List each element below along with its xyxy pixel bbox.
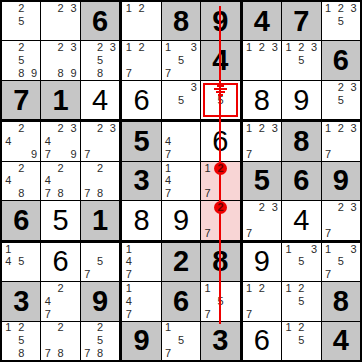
candidate-1: 1 bbox=[165, 322, 171, 333]
candidate-grid: 125 bbox=[282, 282, 320, 320]
candidate-grid: 127 bbox=[122, 41, 160, 79]
candidate-4: 4 bbox=[5, 256, 11, 267]
candidate-7: 7 bbox=[205, 228, 211, 239]
candidate-grid: 147 bbox=[162, 162, 200, 200]
candidate-3: 3 bbox=[351, 82, 357, 93]
given-digit: 9 bbox=[133, 326, 149, 355]
given-digit: 8 bbox=[212, 247, 228, 276]
candidate-4: 4 bbox=[165, 136, 171, 147]
candidate-3: 3 bbox=[351, 3, 357, 14]
candidate-5: 5 bbox=[18, 55, 24, 66]
candidate-7: 7 bbox=[246, 149, 252, 160]
cell-r2c4[interactable]: 127 bbox=[122, 41, 160, 79]
cell-r6c7[interactable]: 237 bbox=[243, 201, 281, 239]
candidate-2: 2 bbox=[58, 42, 64, 53]
candidate-grid: 278 bbox=[41, 322, 79, 360]
candidate-3: 3 bbox=[351, 202, 357, 213]
candidate-grid: 2389 bbox=[41, 41, 79, 79]
given-digit: 7 bbox=[13, 86, 29, 115]
candidate-grid: 248 bbox=[2, 162, 40, 200]
candidate-7: 7 bbox=[325, 149, 331, 160]
candidate-9: 9 bbox=[70, 149, 76, 160]
candidate-3: 3 bbox=[272, 123, 278, 134]
candidate-4: 4 bbox=[126, 256, 132, 267]
candidate-5: 5 bbox=[178, 95, 184, 106]
cell-r7c7[interactable]: 9 bbox=[243, 243, 281, 281]
candidate-1: 1 bbox=[126, 3, 132, 14]
cell-r9c6[interactable]: 3 bbox=[201, 322, 239, 360]
candidate-7: 7 bbox=[165, 348, 171, 359]
candidate-grid: 25 bbox=[2, 2, 40, 40]
candidate-grid: 1357 bbox=[322, 243, 360, 281]
solved-digit: 6 bbox=[212, 127, 228, 156]
candidate-5: 5 bbox=[338, 256, 344, 267]
candidate-grid: 1237 bbox=[322, 122, 360, 160]
candidate-7: 7 bbox=[165, 149, 171, 160]
cell-r4c8[interactable]: 8 bbox=[282, 122, 320, 160]
candidate-grid: 2589 bbox=[2, 41, 40, 79]
cell-r1c1[interactable]: 25 bbox=[2, 2, 40, 40]
cell-r6c5[interactable]: 9 bbox=[162, 201, 200, 239]
candidate-grid: 123 bbox=[243, 41, 281, 79]
candidate-grid: 2578 bbox=[81, 322, 119, 360]
candidate-8: 8 bbox=[58, 348, 64, 359]
cell-r7c4[interactable]: 147 bbox=[122, 243, 160, 281]
candidate-7: 7 bbox=[45, 149, 51, 160]
candidate-3: 3 bbox=[110, 123, 116, 134]
cell-r2c8[interactable]: 1235 bbox=[282, 41, 320, 79]
candidate-grid: 157 bbox=[162, 322, 200, 360]
given-digit: 8 bbox=[333, 287, 349, 316]
cell-r6c9[interactable]: 237 bbox=[322, 201, 360, 239]
cell-r8c1[interactable]: 3 bbox=[2, 282, 40, 320]
candidate-4: 4 bbox=[45, 296, 51, 307]
candidate-2: 2 bbox=[138, 42, 144, 53]
solved-digit: 6 bbox=[133, 86, 149, 115]
given-digit: 9 bbox=[92, 287, 108, 316]
candidate-3: 3 bbox=[70, 3, 76, 14]
candidate-grid: 145 bbox=[2, 243, 40, 281]
candidate-7: 7 bbox=[84, 269, 90, 280]
cell-r5c1[interactable]: 248 bbox=[2, 162, 40, 200]
chain-node-candidate-2: 2 bbox=[214, 201, 227, 214]
candidate-grid: 2478 bbox=[41, 162, 79, 200]
candidate-5: 5 bbox=[298, 55, 304, 66]
candidate-1: 1 bbox=[126, 244, 132, 255]
given-digit: 4 bbox=[212, 46, 228, 75]
given-digit: 1 bbox=[92, 206, 108, 235]
candidate-1: 1 bbox=[165, 42, 171, 53]
candidate-2: 2 bbox=[18, 42, 24, 53]
candidate-grid: 1235 bbox=[322, 2, 360, 40]
candidate-grid: 157 bbox=[201, 282, 239, 320]
candidate-5: 5 bbox=[298, 296, 304, 307]
given-digit: 6 bbox=[333, 46, 349, 75]
candidate-8: 8 bbox=[18, 188, 24, 199]
candidate-2: 2 bbox=[58, 163, 64, 174]
cell-r3c3[interactable]: 4 bbox=[81, 81, 119, 119]
candidate-8: 8 bbox=[97, 348, 103, 359]
candidate-4: 4 bbox=[126, 296, 132, 307]
candidate-1: 1 bbox=[285, 322, 291, 333]
cell-r9c8[interactable]: 125 bbox=[282, 322, 320, 360]
cell-r7c3[interactable]: 57 bbox=[81, 243, 119, 281]
cell-r3c4[interactable]: 6 bbox=[122, 81, 160, 119]
candidate-3: 3 bbox=[272, 202, 278, 213]
cell-r7c2[interactable]: 6 bbox=[41, 243, 79, 281]
candidate-3: 3 bbox=[70, 123, 76, 134]
candidate-grid: 127 bbox=[201, 162, 239, 200]
cell-r4c3[interactable]: 237 bbox=[81, 122, 119, 160]
candidate-5: 5 bbox=[97, 256, 103, 267]
given-digit: 8 bbox=[173, 7, 189, 36]
candidate-grid: 27 bbox=[201, 201, 239, 239]
cell-r4c5[interactable]: 47 bbox=[162, 122, 200, 160]
given-digit: 4 bbox=[254, 7, 270, 36]
candidate-5: 5 bbox=[338, 16, 344, 27]
candidate-2: 2 bbox=[338, 123, 344, 134]
solved-digit: 8 bbox=[254, 86, 270, 115]
candidate-5: 5 bbox=[97, 335, 103, 346]
cell-r9c9[interactable]: 4 bbox=[322, 322, 360, 360]
candidate-3: 3 bbox=[351, 244, 357, 255]
candidate-grid: 235 bbox=[322, 81, 360, 119]
cell-r7c5[interactable]: 2 bbox=[162, 243, 200, 281]
cell-r4c6[interactable]: 6 bbox=[201, 122, 239, 160]
candidate-1: 1 bbox=[126, 283, 132, 294]
cell-r3c2[interactable]: 1 bbox=[41, 81, 79, 119]
candidate-7: 7 bbox=[205, 188, 211, 199]
candidate-grid: 247 bbox=[41, 282, 79, 320]
candidate-8: 8 bbox=[58, 188, 64, 199]
candidate-2: 2 bbox=[58, 123, 64, 134]
cell-r2c6[interactable]: 4 bbox=[201, 41, 239, 79]
candidate-2: 2 bbox=[298, 42, 304, 53]
cell-r7c1[interactable]: 145 bbox=[2, 243, 40, 281]
cell-r9c4[interactable]: 9 bbox=[122, 322, 160, 360]
cell-r4c4[interactable]: 5 bbox=[122, 122, 160, 160]
candidate-2: 2 bbox=[58, 322, 64, 333]
candidate-1: 1 bbox=[285, 283, 291, 294]
given-digit: 8 bbox=[293, 127, 309, 156]
cell-r2c7[interactable]: 123 bbox=[243, 41, 281, 79]
cell-r2c5[interactable]: 1357 bbox=[162, 41, 200, 79]
candidate-1: 1 bbox=[126, 42, 132, 53]
candidate-7: 7 bbox=[84, 149, 90, 160]
candidate-2: 2 bbox=[97, 322, 103, 333]
candidate-4: 4 bbox=[165, 175, 171, 186]
candidate-5: 5 bbox=[18, 335, 24, 346]
cell-r5c3[interactable]: 278 bbox=[81, 162, 119, 200]
candidate-7: 7 bbox=[126, 269, 132, 280]
cell-r6c2[interactable]: 5 bbox=[41, 201, 79, 239]
cell-r1c7[interactable]: 4 bbox=[243, 2, 281, 40]
given-digit: 3 bbox=[212, 326, 228, 355]
cell-r8c3[interactable]: 9 bbox=[81, 282, 119, 320]
candidate-5: 5 bbox=[178, 55, 184, 66]
candidate-5: 5 bbox=[18, 16, 24, 27]
cell-r3c1[interactable]: 7 bbox=[2, 81, 40, 119]
cell-r1c3[interactable]: 6 bbox=[81, 2, 119, 40]
candidate-grid: 1235 bbox=[282, 41, 320, 79]
candidate-7: 7 bbox=[325, 269, 331, 280]
candidate-1: 1 bbox=[325, 3, 331, 14]
given-digit: 3 bbox=[13, 287, 29, 316]
candidate-2: 2 bbox=[58, 283, 64, 294]
cell-r2c9[interactable]: 6 bbox=[322, 41, 360, 79]
candidate-grid: 1258 bbox=[2, 322, 40, 360]
cell-r8c9[interactable]: 8 bbox=[322, 282, 360, 320]
given-digit: 6 bbox=[293, 166, 309, 195]
candidate-grid: 237 bbox=[243, 201, 281, 239]
candidate-1: 1 bbox=[285, 244, 291, 255]
candidate-4: 4 bbox=[45, 136, 51, 147]
candidate-7: 7 bbox=[325, 228, 331, 239]
candidate-2: 2 bbox=[259, 202, 265, 213]
given-digit: 4 bbox=[333, 326, 349, 355]
candidate-grid: 278 bbox=[81, 162, 119, 200]
cell-r6c4[interactable]: 8 bbox=[122, 201, 160, 239]
cell-r7c9[interactable]: 1357 bbox=[322, 243, 360, 281]
candidate-grid: 237 bbox=[81, 122, 119, 160]
candidate-9: 9 bbox=[70, 68, 76, 79]
candidate-1: 1 bbox=[285, 42, 291, 53]
candidate-grid: 249 bbox=[2, 122, 40, 160]
given-digit: 9 bbox=[333, 166, 349, 195]
cell-r5c8[interactable]: 6 bbox=[282, 162, 320, 200]
candidate-1: 1 bbox=[246, 283, 252, 294]
cell-r3c8[interactable]: 9 bbox=[282, 81, 320, 119]
solved-digit: 5 bbox=[53, 206, 69, 235]
given-digit: 1 bbox=[53, 86, 69, 115]
candidate-2: 2 bbox=[338, 3, 344, 14]
candidate-2: 2 bbox=[338, 202, 344, 213]
candidate-7: 7 bbox=[84, 348, 90, 359]
candidate-1: 1 bbox=[325, 123, 331, 134]
candidate-8: 8 bbox=[18, 348, 24, 359]
candidate-5: 5 bbox=[217, 296, 223, 307]
cell-r3c6[interactable]: 5 bbox=[201, 81, 239, 119]
candidate-1: 1 bbox=[246, 123, 252, 134]
candidate-8: 8 bbox=[18, 68, 24, 79]
cell-r9c7[interactable]: 6 bbox=[243, 322, 281, 360]
candidate-7: 7 bbox=[246, 228, 252, 239]
cell-r2c3[interactable]: 2358 bbox=[81, 41, 119, 79]
cell-r4c2[interactable]: 23479 bbox=[41, 122, 79, 160]
candidate-grid: 5 bbox=[201, 81, 239, 119]
cell-r1c4[interactable]: 12 bbox=[122, 2, 160, 40]
cell-r5c5[interactable]: 147 bbox=[162, 162, 200, 200]
cell-r4c7[interactable]: 1237 bbox=[243, 122, 281, 160]
candidate-7: 7 bbox=[84, 188, 90, 199]
candidate-2: 2 bbox=[18, 163, 24, 174]
candidate-4: 4 bbox=[5, 175, 11, 186]
given-digit: 6 bbox=[13, 206, 29, 235]
candidate-3: 3 bbox=[110, 42, 116, 53]
cell-r5c7[interactable]: 5 bbox=[243, 162, 281, 200]
solved-digit: 8 bbox=[133, 206, 149, 235]
candidate-1: 1 bbox=[246, 42, 252, 53]
given-digit: 5 bbox=[133, 127, 149, 156]
cell-r1c9[interactable]: 1235 bbox=[322, 2, 360, 40]
cell-r8c8[interactable]: 125 bbox=[282, 282, 320, 320]
cell-r8c6[interactable]: 157 bbox=[201, 282, 239, 320]
cell-r8c4[interactable]: 147 bbox=[122, 282, 160, 320]
cell-r9c2[interactable]: 278 bbox=[41, 322, 79, 360]
cell-r9c5[interactable]: 157 bbox=[162, 322, 200, 360]
candidate-9: 9 bbox=[31, 68, 37, 79]
candidate-5: 5 bbox=[298, 256, 304, 267]
candidate-grid: 2358 bbox=[81, 41, 119, 79]
candidate-7: 7 bbox=[126, 309, 132, 320]
cell-r3c5[interactable]: 35 bbox=[162, 81, 200, 119]
candidate-8: 8 bbox=[97, 68, 103, 79]
candidate-grid: 147 bbox=[122, 243, 160, 281]
candidate-7: 7 bbox=[165, 68, 171, 79]
candidate-2: 2 bbox=[58, 3, 64, 14]
candidate-5: 5 bbox=[217, 95, 223, 106]
solved-digit: 4 bbox=[293, 206, 309, 235]
candidate-5: 5 bbox=[178, 335, 184, 346]
candidate-grid: 125 bbox=[282, 322, 320, 360]
candidate-5: 5 bbox=[97, 55, 103, 66]
candidate-grid: 35 bbox=[162, 81, 200, 119]
cell-r1c2[interactable]: 23 bbox=[41, 2, 79, 40]
cell-r1c6[interactable]: 9 bbox=[201, 2, 239, 40]
candidate-2: 2 bbox=[18, 123, 24, 134]
candidate-2: 2 bbox=[97, 42, 103, 53]
candidate-2: 2 bbox=[18, 3, 24, 14]
candidate-4: 4 bbox=[45, 175, 51, 186]
candidate-5: 5 bbox=[338, 95, 344, 106]
cell-r8c7[interactable]: 127 bbox=[243, 282, 281, 320]
candidate-9: 9 bbox=[31, 149, 37, 160]
candidate-7: 7 bbox=[45, 188, 51, 199]
cell-r5c2[interactable]: 2478 bbox=[41, 162, 79, 200]
cell-r5c9[interactable]: 9 bbox=[322, 162, 360, 200]
candidate-grid: 47 bbox=[162, 122, 200, 160]
solved-digit: 9 bbox=[293, 86, 309, 115]
candidate-3: 3 bbox=[70, 42, 76, 53]
candidate-3: 3 bbox=[191, 82, 197, 93]
cell-r6c3[interactable]: 1 bbox=[81, 201, 119, 239]
candidate-grid: 1357 bbox=[162, 41, 200, 79]
candidate-2: 2 bbox=[97, 163, 103, 174]
candidate-2: 2 bbox=[259, 123, 265, 134]
candidate-grid: 12 bbox=[122, 2, 160, 40]
candidate-1: 1 bbox=[205, 283, 211, 294]
candidate-3: 3 bbox=[351, 123, 357, 134]
candidate-1: 1 bbox=[5, 244, 11, 255]
solved-digit: 9 bbox=[254, 247, 270, 276]
candidate-3: 3 bbox=[272, 42, 278, 53]
given-digit: 6 bbox=[173, 287, 189, 316]
given-digit: 5 bbox=[254, 166, 270, 195]
cell-r6c6[interactable]: 27 bbox=[201, 201, 239, 239]
candidate-5: 5 bbox=[18, 256, 24, 267]
cell-r3c9[interactable]: 235 bbox=[322, 81, 360, 119]
cell-r2c2[interactable]: 2389 bbox=[41, 41, 79, 79]
cell-r4c1[interactable]: 249 bbox=[2, 122, 40, 160]
given-digit: 9 bbox=[212, 7, 228, 36]
candidate-2: 2 bbox=[298, 322, 304, 333]
cell-r1c5[interactable]: 8 bbox=[162, 2, 200, 40]
cell-r5c4[interactable]: 3 bbox=[122, 162, 160, 200]
sudoku-board: 2523612894712352589238923581271357412312… bbox=[0, 0, 362, 362]
cell-r8c2[interactable]: 247 bbox=[41, 282, 79, 320]
cell-r6c1[interactable]: 6 bbox=[2, 201, 40, 239]
cell-r9c3[interactable]: 2578 bbox=[81, 322, 119, 360]
candidate-1: 1 bbox=[205, 163, 211, 174]
candidate-3: 3 bbox=[191, 42, 197, 53]
cell-r6c8[interactable]: 4 bbox=[282, 201, 320, 239]
candidate-grid: 57 bbox=[81, 243, 119, 281]
cell-r3c7[interactable]: 8 bbox=[243, 81, 281, 119]
candidate-1: 1 bbox=[5, 322, 11, 333]
solved-digit: 9 bbox=[173, 206, 189, 235]
candidate-8: 8 bbox=[58, 68, 64, 79]
candidate-2: 2 bbox=[338, 82, 344, 93]
candidate-8: 8 bbox=[97, 188, 103, 199]
candidate-1: 1 bbox=[165, 163, 171, 174]
candidate-grid: 23479 bbox=[41, 122, 79, 160]
solved-digit: 4 bbox=[92, 86, 108, 115]
candidate-grid: 1237 bbox=[243, 122, 281, 160]
cell-r7c8[interactable]: 135 bbox=[282, 243, 320, 281]
given-digit: 6 bbox=[92, 7, 108, 36]
chain-node-candidate-2: 2 bbox=[214, 162, 227, 175]
candidate-2: 2 bbox=[138, 3, 144, 14]
cell-r5c6[interactable]: 127 bbox=[201, 162, 239, 200]
candidate-grid: 237 bbox=[322, 201, 360, 239]
cell-r1c8[interactable]: 7 bbox=[282, 2, 320, 40]
candidate-7: 7 bbox=[246, 309, 252, 320]
given-digit: 3 bbox=[133, 166, 149, 195]
cell-r8c5[interactable]: 6 bbox=[162, 282, 200, 320]
candidate-7: 7 bbox=[205, 309, 211, 320]
candidate-7: 7 bbox=[45, 348, 51, 359]
candidate-2: 2 bbox=[97, 123, 103, 134]
cell-r4c9[interactable]: 1237 bbox=[322, 122, 360, 160]
candidate-2: 2 bbox=[259, 283, 265, 294]
cell-r9c1[interactable]: 1258 bbox=[2, 322, 40, 360]
given-digit: 2 bbox=[173, 247, 189, 276]
candidate-grid: 127 bbox=[243, 282, 281, 320]
given-digit: 7 bbox=[293, 7, 309, 36]
candidate-4: 4 bbox=[5, 136, 11, 147]
candidate-5: 5 bbox=[298, 335, 304, 346]
candidate-3: 3 bbox=[311, 244, 317, 255]
candidate-3: 3 bbox=[311, 42, 317, 53]
candidate-7: 7 bbox=[126, 68, 132, 79]
candidate-2: 2 bbox=[18, 322, 24, 333]
solved-digit: 6 bbox=[53, 247, 69, 276]
candidate-grid: 135 bbox=[282, 243, 320, 281]
candidate-7: 7 bbox=[45, 309, 51, 320]
candidate-1: 1 bbox=[325, 244, 331, 255]
candidate-grid: 23 bbox=[41, 2, 79, 40]
candidate-2: 2 bbox=[259, 42, 265, 53]
candidate-grid: 147 bbox=[122, 282, 160, 320]
cell-r7c6[interactable]: 8 bbox=[201, 243, 239, 281]
cell-r2c1[interactable]: 2589 bbox=[2, 41, 40, 79]
solved-digit: 6 bbox=[254, 326, 270, 355]
candidate-7: 7 bbox=[165, 188, 171, 199]
candidate-2: 2 bbox=[298, 283, 304, 294]
